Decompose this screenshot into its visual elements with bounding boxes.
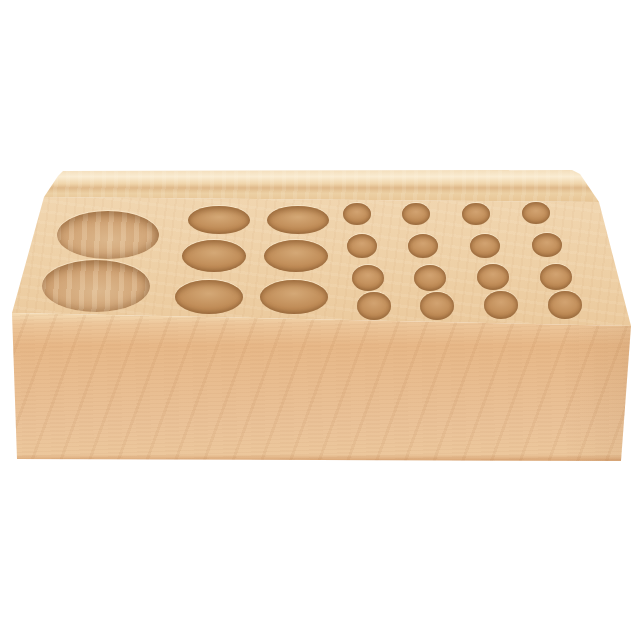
tool-hole-small-S23 xyxy=(470,234,500,258)
tool-hole-small-S44 xyxy=(548,291,582,319)
tool-hole-medium-A2 xyxy=(182,240,246,272)
tool-hole-medium-B2 xyxy=(264,240,328,272)
tool-hole-medium-B3 xyxy=(260,280,328,314)
tool-hole-small-S32 xyxy=(414,265,446,291)
tool-hole-small-S41 xyxy=(357,292,391,320)
tool-hole-medium-A1 xyxy=(188,206,250,234)
tool-hole-small-S24 xyxy=(532,233,562,257)
tool-hole-small-S21 xyxy=(347,234,377,258)
tool-hole-small-S11 xyxy=(343,203,371,225)
tool-holes-layer xyxy=(0,0,640,640)
product-photo xyxy=(0,0,640,640)
tool-hole-small-S43 xyxy=(484,291,518,319)
tool-hole-small-S42 xyxy=(420,292,454,320)
tool-hole-small-S14 xyxy=(522,202,550,224)
tool-hole-small-S22 xyxy=(408,234,438,258)
tool-hole-small-S33 xyxy=(477,264,509,290)
tool-hole-large-L1 xyxy=(57,211,159,259)
tool-hole-small-S34 xyxy=(540,264,572,290)
tool-hole-small-S13 xyxy=(462,203,490,225)
tool-hole-large-L2 xyxy=(42,260,150,312)
tool-hole-medium-A3 xyxy=(175,280,243,314)
tool-hole-small-S12 xyxy=(402,203,430,225)
tool-hole-medium-B1 xyxy=(267,206,329,234)
tool-hole-small-S31 xyxy=(352,265,384,291)
